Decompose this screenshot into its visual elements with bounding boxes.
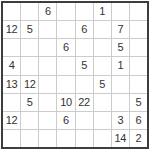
cell-r5c6[interactable]: 5 [94, 76, 111, 93]
cell-r4c3[interactable] [39, 57, 56, 74]
cell-r1c6[interactable]: 1 [94, 3, 111, 20]
cell-r7c5[interactable] [76, 112, 93, 129]
cell-r1c1[interactable] [3, 3, 20, 20]
cell-r8c8[interactable]: 2 [130, 130, 147, 147]
cell-r2c5[interactable]: 6 [76, 21, 93, 38]
cell-r5c1[interactable]: 13 [3, 76, 20, 93]
cell-r4c7[interactable]: 1 [112, 57, 129, 74]
cell-r4c2[interactable] [21, 57, 38, 74]
cell-r3c3[interactable] [39, 39, 56, 56]
cell-r1c7[interactable] [112, 3, 129, 20]
cell-r6c6[interactable] [94, 94, 111, 111]
cell-r2c2[interactable]: 5 [21, 21, 38, 38]
cell-r7c2[interactable] [21, 112, 38, 129]
cell-r4c8[interactable] [130, 57, 147, 74]
cell-r3c4[interactable]: 6 [57, 39, 74, 56]
cell-r1c2[interactable] [21, 3, 38, 20]
cell-r5c2[interactable]: 12 [21, 76, 38, 93]
cell-r6c8[interactable]: 5 [130, 94, 147, 111]
cell-r1c4[interactable] [57, 3, 74, 20]
cell-r6c1[interactable] [3, 94, 20, 111]
cell-r4c6[interactable] [94, 57, 111, 74]
cell-r2c1[interactable]: 12 [3, 21, 20, 38]
cell-r8c7[interactable]: 14 [112, 130, 129, 147]
cell-r8c6[interactable] [94, 130, 111, 147]
cell-r3c5[interactable] [76, 39, 93, 56]
cell-r7c3[interactable] [39, 112, 56, 129]
cell-r7c1[interactable]: 12 [3, 112, 20, 129]
cell-r7c4[interactable]: 6 [57, 112, 74, 129]
cell-r8c5[interactable] [76, 130, 93, 147]
cell-r3c1[interactable] [3, 39, 20, 56]
cell-r5c8[interactable] [130, 76, 147, 93]
cell-r8c4[interactable] [57, 130, 74, 147]
cell-r6c3[interactable] [39, 94, 56, 111]
cell-r3c7[interactable]: 5 [112, 39, 129, 56]
cell-r4c5[interactable]: 5 [76, 57, 93, 74]
cell-r8c2[interactable] [21, 130, 38, 147]
cell-r2c6[interactable] [94, 21, 111, 38]
cell-r1c5[interactable] [76, 3, 93, 20]
cell-r7c6[interactable] [94, 112, 111, 129]
cell-r3c2[interactable] [21, 39, 38, 56]
cell-r5c5[interactable] [76, 76, 93, 93]
cell-r8c1[interactable] [3, 130, 20, 147]
cell-r5c7[interactable] [112, 76, 129, 93]
cell-r8c3[interactable] [39, 130, 56, 147]
cell-r7c8[interactable]: 6 [130, 112, 147, 129]
cell-r4c1[interactable]: 4 [3, 57, 20, 74]
cell-r3c8[interactable] [130, 39, 147, 56]
cell-r4c4[interactable] [57, 57, 74, 74]
cell-r1c3[interactable]: 6 [39, 3, 56, 20]
cell-r5c3[interactable] [39, 76, 56, 93]
cell-r6c2[interactable]: 5 [21, 94, 38, 111]
cell-r3c6[interactable] [94, 39, 111, 56]
cell-r2c4[interactable] [57, 21, 74, 38]
cell-r7c7[interactable]: 3 [112, 112, 129, 129]
cell-r6c5[interactable]: 22 [76, 94, 93, 111]
cell-r6c4[interactable]: 10 [57, 94, 74, 111]
cell-r5c4[interactable] [57, 76, 74, 93]
cell-r2c8[interactable] [130, 21, 147, 38]
cell-r2c7[interactable]: 7 [112, 21, 129, 38]
cell-r2c3[interactable] [39, 21, 56, 38]
cell-r6c7[interactable] [112, 94, 129, 111]
cell-r1c8[interactable] [130, 3, 147, 20]
puzzle-board: 6 1 12 5 6 7 6 5 4 5 1 13 12 5 5 10 22 5… [1, 1, 149, 149]
